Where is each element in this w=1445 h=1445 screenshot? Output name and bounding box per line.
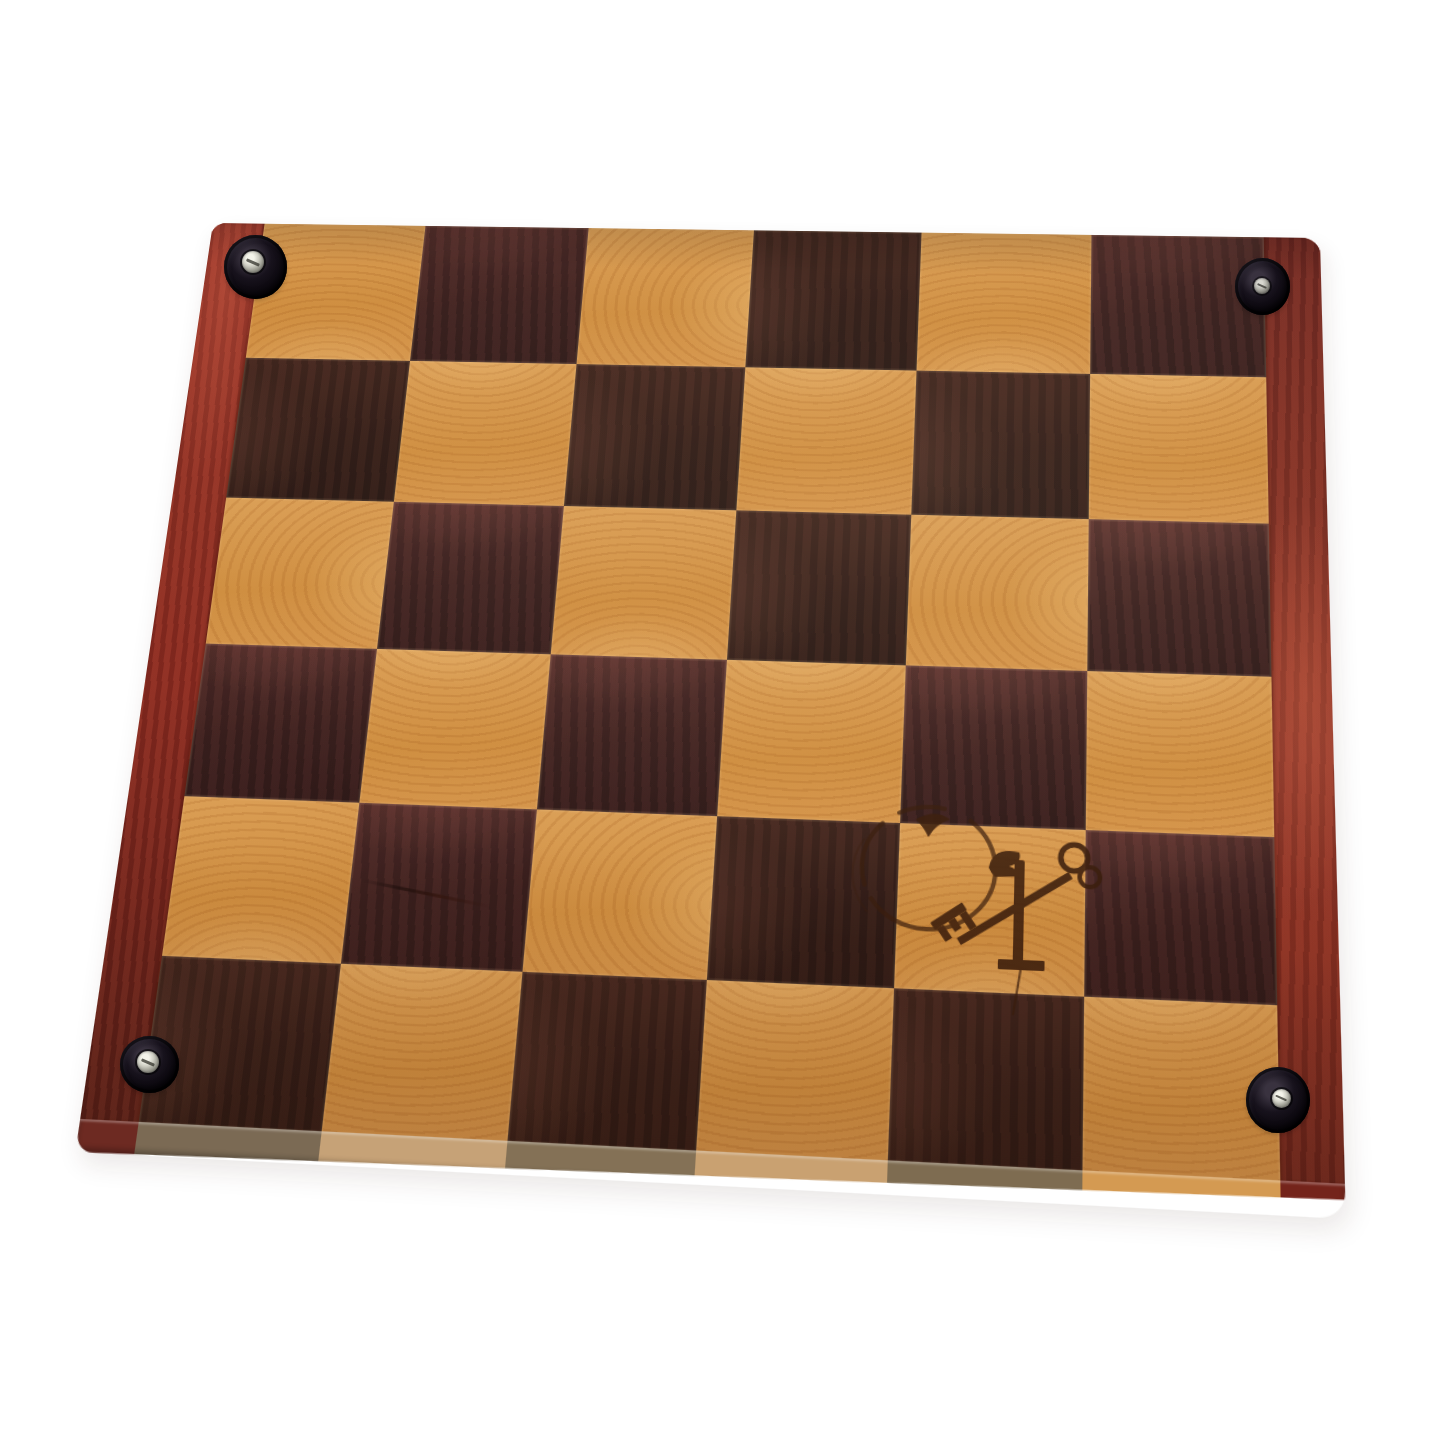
square-r1c5 [917, 233, 1092, 374]
square-r4c1 [184, 644, 377, 803]
checkerboard-grid [139, 224, 1281, 1182]
logo-key-bow-ring-small [1080, 867, 1100, 888]
square-r4c6 [1086, 671, 1275, 837]
square-r2c5 [911, 371, 1090, 520]
square-r3c4 [727, 510, 911, 665]
square-r2c6 [1089, 374, 1269, 524]
square-r5c2 [341, 803, 537, 972]
foot-screw [1272, 1089, 1291, 1108]
foot-screw [242, 251, 264, 273]
square-r2c3 [564, 364, 745, 510]
rubber-foot-bottom-left [120, 1036, 179, 1093]
square-r3c6 [1087, 519, 1271, 677]
square-r1c2 [410, 226, 589, 364]
square-r3c3 [551, 506, 737, 660]
logo-crescent [915, 813, 950, 838]
square-r3c1 [206, 498, 394, 649]
product-photo-stage [0, 0, 1445, 1445]
square-r4c3 [537, 654, 727, 816]
rubber-foot-bottom-right [1246, 1067, 1310, 1133]
board-top-face [80, 223, 1345, 1185]
square-r5c6 [1084, 830, 1277, 1005]
rubber-foot-top-left [224, 235, 287, 299]
square-r5c1 [162, 796, 359, 964]
foot-screw [1254, 278, 1270, 294]
logo-key-diagonal-wards [930, 902, 977, 946]
square-r6c2 [322, 964, 523, 1142]
square-r2c4 [736, 367, 916, 514]
square-r2c2 [394, 361, 577, 506]
logo-key-vertical-bit [998, 959, 1045, 971]
square-r5c3 [522, 809, 717, 980]
maker-mark-engraving [801, 798, 1110, 1020]
square-r2c1 [226, 358, 410, 502]
foot-screw [137, 1051, 159, 1073]
square-r3c2 [377, 502, 564, 655]
logo-hanging-line [1013, 970, 1021, 1016]
cutting-board [75, 223, 1346, 1219]
square-r4c2 [359, 649, 550, 810]
square-r6c3 [507, 972, 706, 1152]
rubber-foot-top-right [1235, 258, 1290, 315]
square-r1c4 [745, 230, 921, 370]
square-r1c3 [577, 228, 754, 367]
square-r3c5 [906, 515, 1089, 671]
square-r1c6 [1090, 235, 1266, 377]
